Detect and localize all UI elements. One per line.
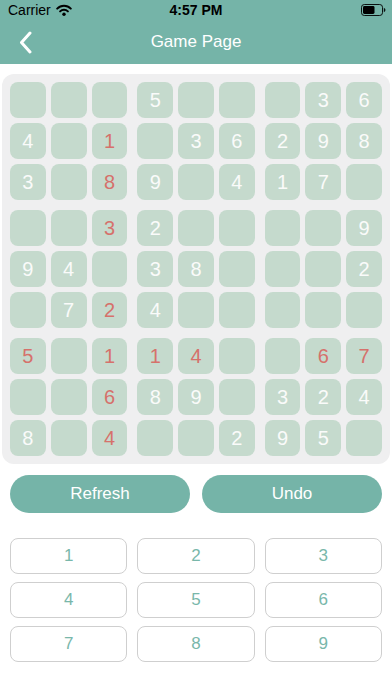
sudoku-cell-r3c4[interactable]: 9 <box>137 164 173 200</box>
sudoku-cell-r9c2[interactable] <box>51 420 87 456</box>
sudoku-cell-r2c4[interactable] <box>137 123 173 159</box>
sudoku-cell-r9c3[interactable]: 4 <box>92 420 128 456</box>
sudoku-cell-r3c9[interactable] <box>346 164 382 200</box>
carrier-label: Carrier <box>8 2 51 18</box>
sudoku-cell-r9c7[interactable]: 9 <box>265 420 301 456</box>
sudoku-cell-r2c2[interactable] <box>51 123 87 159</box>
sudoku-cell-r7c7[interactable] <box>265 338 301 374</box>
sudoku-cell-r6c6[interactable] <box>219 292 255 328</box>
sudoku-cell-r7c4[interactable]: 1 <box>137 338 173 374</box>
sudoku-cell-r9c6[interactable]: 2 <box>219 420 255 456</box>
sudoku-board-panel: 5364136298389417329943827245114676893248… <box>2 74 390 464</box>
sudoku-cell-r8c1[interactable] <box>10 379 46 415</box>
sudoku-cell-r5c1[interactable]: 9 <box>10 251 46 287</box>
sudoku-cell-r8c9[interactable]: 4 <box>346 379 382 415</box>
sudoku-cell-r9c9[interactable] <box>346 420 382 456</box>
sudoku-cell-r1c8[interactable]: 3 <box>305 82 341 118</box>
sudoku-cell-r4c6[interactable] <box>219 210 255 246</box>
sudoku-cell-r6c3[interactable]: 2 <box>92 292 128 328</box>
sudoku-cell-r1c1[interactable] <box>10 82 46 118</box>
sudoku-cell-r6c2[interactable]: 7 <box>51 292 87 328</box>
sudoku-cell-r4c8[interactable] <box>305 210 341 246</box>
numpad-button-3[interactable]: 3 <box>265 538 382 574</box>
sudoku-cell-r5c8[interactable] <box>305 251 341 287</box>
sudoku-cell-r2c9[interactable]: 8 <box>346 123 382 159</box>
sudoku-cell-r8c4[interactable]: 8 <box>137 379 173 415</box>
sudoku-cell-r5c7[interactable] <box>265 251 301 287</box>
action-row: Refresh Undo <box>10 475 382 513</box>
sudoku-cell-r5c2[interactable]: 4 <box>51 251 87 287</box>
numpad-button-7[interactable]: 7 <box>10 626 127 662</box>
sudoku-cell-r4c4[interactable]: 2 <box>137 210 173 246</box>
sudoku-cell-r1c6[interactable] <box>219 82 255 118</box>
sudoku-cell-r1c7[interactable] <box>265 82 301 118</box>
numpad-button-1[interactable]: 1 <box>10 538 127 574</box>
sudoku-cell-r9c8[interactable]: 5 <box>305 420 341 456</box>
sudoku-cell-r3c6[interactable]: 4 <box>219 164 255 200</box>
sudoku-cell-r1c4[interactable]: 5 <box>137 82 173 118</box>
sudoku-cell-r6c8[interactable] <box>305 292 341 328</box>
sudoku-cell-r5c4[interactable]: 3 <box>137 251 173 287</box>
sudoku-cell-r4c5[interactable] <box>178 210 214 246</box>
page-title: Game Page <box>0 20 392 64</box>
sudoku-cell-r7c3[interactable]: 1 <box>92 338 128 374</box>
sudoku-cell-r2c5[interactable]: 3 <box>178 123 214 159</box>
sudoku-cell-r7c1[interactable]: 5 <box>10 338 46 374</box>
sudoku-cell-r3c5[interactable] <box>178 164 214 200</box>
sudoku-cell-r8c8[interactable]: 2 <box>305 379 341 415</box>
sudoku-cell-r1c2[interactable] <box>51 82 87 118</box>
sudoku-cell-r3c8[interactable]: 7 <box>305 164 341 200</box>
sudoku-cell-r5c6[interactable] <box>219 251 255 287</box>
sudoku-cell-r9c4[interactable] <box>137 420 173 456</box>
numpad-button-8[interactable]: 8 <box>137 626 254 662</box>
sudoku-cell-r2c1[interactable]: 4 <box>10 123 46 159</box>
sudoku-cell-r7c6[interactable] <box>219 338 255 374</box>
sudoku-cell-r4c3[interactable]: 3 <box>92 210 128 246</box>
sudoku-cell-r4c7[interactable] <box>265 210 301 246</box>
sudoku-cell-r1c9[interactable]: 6 <box>346 82 382 118</box>
sudoku-cell-r2c7[interactable]: 2 <box>265 123 301 159</box>
sudoku-cell-r9c5[interactable] <box>178 420 214 456</box>
status-bar: Carrier 4:57 PM <box>0 0 392 20</box>
sudoku-board: 5364136298389417329943827245114676893248… <box>10 82 382 456</box>
sudoku-cell-r8c3[interactable]: 6 <box>92 379 128 415</box>
sudoku-cell-r2c3[interactable]: 1 <box>92 123 128 159</box>
sudoku-cell-r4c1[interactable] <box>10 210 46 246</box>
sudoku-cell-r8c7[interactable]: 3 <box>265 379 301 415</box>
sudoku-cell-r4c9[interactable]: 9 <box>346 210 382 246</box>
battery-icon <box>361 4 386 16</box>
sudoku-cell-r3c2[interactable] <box>51 164 87 200</box>
sudoku-cell-r1c3[interactable] <box>92 82 128 118</box>
sudoku-cell-r5c3[interactable] <box>92 251 128 287</box>
sudoku-cell-r3c3[interactable]: 8 <box>92 164 128 200</box>
numpad-button-4[interactable]: 4 <box>10 582 127 618</box>
sudoku-cell-r6c4[interactable]: 4 <box>137 292 173 328</box>
sudoku-cell-r3c7[interactable]: 1 <box>265 164 301 200</box>
sudoku-cell-r1c5[interactable] <box>178 82 214 118</box>
numpad-button-6[interactable]: 6 <box>265 582 382 618</box>
sudoku-cell-r5c9[interactable]: 2 <box>346 251 382 287</box>
numpad: 123456789 <box>10 538 382 662</box>
sudoku-cell-r7c5[interactable]: 4 <box>178 338 214 374</box>
sudoku-cell-r3c1[interactable]: 3 <box>10 164 46 200</box>
sudoku-cell-r6c9[interactable] <box>346 292 382 328</box>
nav-bar: Game Page <box>0 20 392 64</box>
sudoku-cell-r9c1[interactable]: 8 <box>10 420 46 456</box>
sudoku-cell-r2c6[interactable]: 6 <box>219 123 255 159</box>
sudoku-cell-r7c2[interactable] <box>51 338 87 374</box>
sudoku-cell-r6c1[interactable] <box>10 292 46 328</box>
sudoku-cell-r6c7[interactable] <box>265 292 301 328</box>
numpad-button-2[interactable]: 2 <box>137 538 254 574</box>
sudoku-cell-r7c9[interactable]: 7 <box>346 338 382 374</box>
numpad-button-9[interactable]: 9 <box>265 626 382 662</box>
sudoku-cell-r2c8[interactable]: 9 <box>305 123 341 159</box>
sudoku-cell-r6c5[interactable] <box>178 292 214 328</box>
undo-button[interactable]: Undo <box>202 475 382 513</box>
wifi-icon <box>56 4 72 16</box>
sudoku-cell-r8c6[interactable] <box>219 379 255 415</box>
numpad-button-5[interactable]: 5 <box>137 582 254 618</box>
sudoku-cell-r8c2[interactable] <box>51 379 87 415</box>
sudoku-cell-r4c2[interactable] <box>51 210 87 246</box>
refresh-button[interactable]: Refresh <box>10 475 190 513</box>
sudoku-cell-r5c5[interactable]: 8 <box>178 251 214 287</box>
sudoku-cell-r7c8[interactable]: 6 <box>305 338 341 374</box>
sudoku-cell-r8c5[interactable]: 9 <box>178 379 214 415</box>
